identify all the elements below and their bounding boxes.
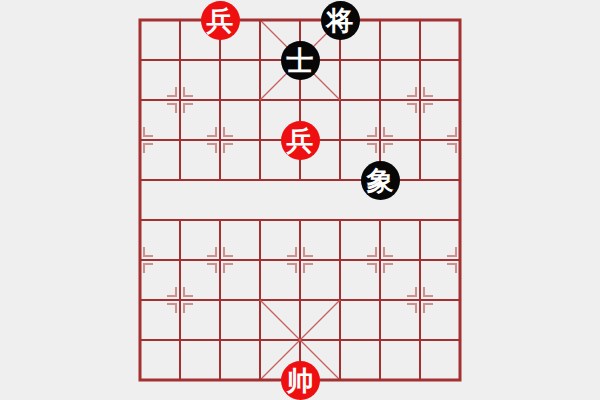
piece-red-soldier[interactable]: 兵	[201, 1, 240, 40]
piece-black-general[interactable]: 将	[321, 1, 360, 40]
piece-red-soldier[interactable]: 兵	[281, 121, 320, 160]
piece-black-advisor[interactable]: 士	[281, 41, 320, 80]
piece-red-general[interactable]: 帅	[281, 361, 320, 400]
xiangqi-board-area: 兵将士兵象帅	[0, 0, 600, 400]
piece-black-elephant[interactable]: 象	[361, 161, 400, 200]
